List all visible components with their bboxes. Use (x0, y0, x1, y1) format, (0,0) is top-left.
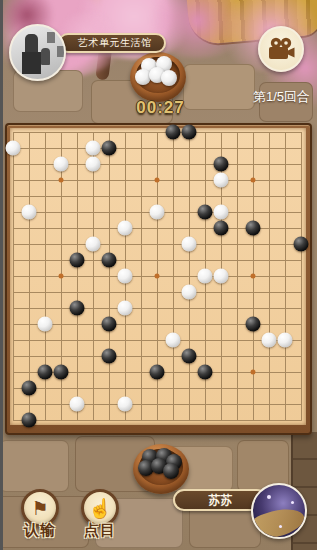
flag-icon: ⚑ (31, 499, 48, 518)
white-stone (166, 333, 181, 348)
statue-figure (25, 34, 38, 54)
black-bowl-stone (163, 463, 179, 479)
white-stone (198, 269, 213, 284)
grid-line-horizontal (13, 388, 302, 389)
black-stone (38, 365, 53, 380)
white-stone (214, 269, 229, 284)
statue-pedestal (22, 52, 41, 74)
black-stone (166, 125, 181, 140)
black-stone (182, 349, 197, 364)
white-stone (214, 205, 229, 220)
grid-line-vertical (237, 132, 238, 421)
avatar-spark (279, 525, 282, 528)
building-window (57, 46, 65, 57)
white-stone (54, 157, 69, 172)
go-game-screen: 艺术单元生活馆 00:27 第1/5回合 苏苏 (3, 0, 317, 550)
pavement-slab (3, 440, 69, 492)
white-stone (22, 205, 37, 220)
black-stone (246, 221, 261, 236)
star-point (155, 178, 160, 183)
avatar-spark (291, 501, 294, 504)
black-stone (54, 365, 69, 380)
star-point (59, 178, 64, 183)
white-stone (38, 317, 53, 332)
resign-label[interactable]: 认输 (10, 521, 70, 540)
go-board-grid (13, 132, 302, 421)
black-stone (198, 205, 213, 220)
venue-label: 艺术单元生活馆 (78, 36, 152, 50)
grid-line-horizontal (13, 308, 302, 309)
building-window (47, 32, 55, 43)
white-stone (6, 141, 21, 156)
black-stone (294, 237, 309, 252)
grid-line-vertical (269, 132, 270, 421)
white-stone (118, 221, 133, 236)
white-stone (182, 237, 197, 252)
avatar-spark (267, 495, 271, 499)
white-stone (86, 157, 101, 172)
white-stone (278, 333, 293, 348)
move-timer: 00:27 (113, 98, 208, 118)
star-point (251, 274, 256, 279)
grid-line-horizontal (13, 340, 302, 341)
star-point (251, 178, 256, 183)
grid-line-horizontal (13, 404, 302, 405)
black-stone (102, 141, 117, 156)
black-stone (102, 253, 117, 268)
black-stone (22, 381, 37, 396)
grid-line-horizontal (13, 420, 302, 421)
black-stone (182, 125, 197, 140)
round-indicator: 第1/5回合 (253, 88, 310, 106)
white-stone (262, 333, 277, 348)
pointing-hand-icon: ☝ (88, 499, 112, 518)
star-point (59, 274, 64, 279)
star-point (155, 274, 160, 279)
bottom-player-avatar[interactable] (251, 483, 307, 539)
top-player-avatar[interactable] (9, 24, 66, 81)
white-stone (150, 205, 165, 220)
video-camera-icon (267, 37, 295, 61)
camera-button[interactable] (258, 26, 304, 72)
white-stone (214, 173, 229, 188)
black-stone (198, 365, 213, 380)
white-stone (86, 237, 101, 252)
white-stone (70, 397, 85, 412)
black-stone (214, 157, 229, 172)
black-stone (70, 301, 85, 316)
white-stone-bowl (130, 52, 186, 102)
white-stone (118, 301, 133, 316)
count-points-label[interactable]: 点目 (70, 521, 130, 540)
white-stone (118, 397, 133, 412)
grid-line-horizontal (13, 292, 302, 293)
star-point (251, 370, 256, 375)
black-stone (246, 317, 261, 332)
grid-line-vertical (301, 132, 302, 421)
grid-line-horizontal (13, 356, 302, 357)
black-stone-bowl (133, 444, 189, 494)
black-stone (102, 349, 117, 364)
grid-line-vertical (173, 132, 174, 421)
black-stone (150, 365, 165, 380)
venue-label-pill: 艺术单元生活馆 (58, 33, 166, 53)
black-stone (214, 221, 229, 236)
white-stone (118, 269, 133, 284)
black-stone (70, 253, 85, 268)
white-stone (182, 285, 197, 300)
opponent-name: 苏苏 (209, 492, 233, 509)
black-stone (22, 413, 37, 428)
white-bowl-stone (161, 70, 177, 86)
black-stone (102, 317, 117, 332)
grid-line-vertical (189, 132, 190, 421)
grid-line-vertical (285, 132, 286, 421)
statue-figure-small (41, 48, 50, 65)
white-stone (86, 141, 101, 156)
